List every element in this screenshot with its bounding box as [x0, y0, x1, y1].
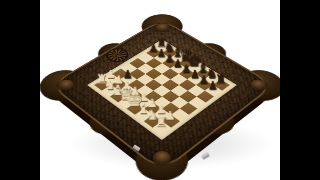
scene-3d: ♜♞♝♛♚♝♞♜♟♟♟♟♟♟♟♟♟♟♟♟♟♟♟♟♟♜♞♝♛♚♝♞♜ [0, 0, 320, 180]
pillarbox-left [0, 0, 40, 180]
photo-stage: ♜♞♝♛♚♝♞♜♟♟♟♟♟♟♟♟♟♟♟♟♟♟♟♟♟♜♞♝♛♚♝♞♜ [0, 0, 320, 180]
pillarbox-right [280, 0, 320, 180]
chess-box: ♜♞♝♛♚♝♞♜♟♟♟♟♟♟♟♟♟♟♟♟♟♟♟♟♟♜♞♝♛♚♝♞♜ [49, 19, 275, 173]
